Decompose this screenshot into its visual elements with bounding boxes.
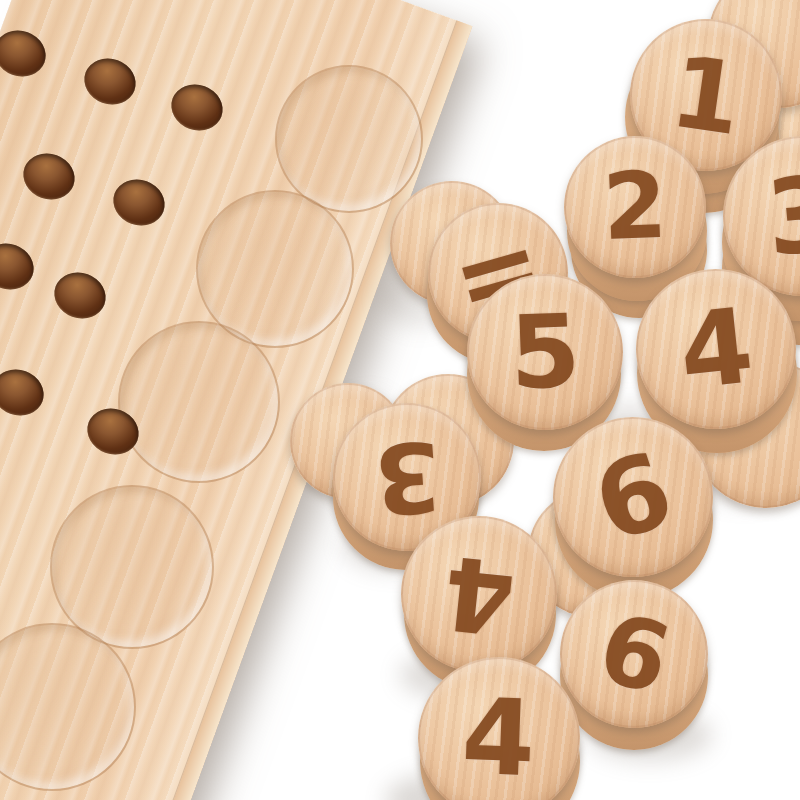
number-disc: 6	[560, 580, 708, 728]
number-disc: 6	[553, 417, 713, 577]
disc-number: 3	[370, 427, 443, 527]
disc-number: 6	[583, 436, 684, 557]
number-disc: 4	[418, 657, 580, 800]
disc-number: 2	[601, 160, 668, 254]
disc-recess	[118, 321, 280, 483]
number-disc: 4	[401, 516, 557, 672]
number-disc: 2	[564, 136, 706, 278]
number-disc: 4	[636, 269, 796, 429]
disc-number: 1	[665, 41, 747, 149]
disc-number: 4	[439, 540, 519, 648]
disc-recess	[275, 65, 423, 213]
disc-number: 6	[589, 599, 680, 710]
disc-number: 3	[762, 161, 800, 271]
number-disc: 5	[467, 274, 623, 430]
product-photo-scene: 123=5436464	[0, 0, 800, 800]
disc-recess	[50, 485, 214, 649]
disc-number: 4	[675, 294, 758, 405]
disc-number: 4	[461, 684, 538, 791]
disc-number: 5	[508, 300, 582, 403]
